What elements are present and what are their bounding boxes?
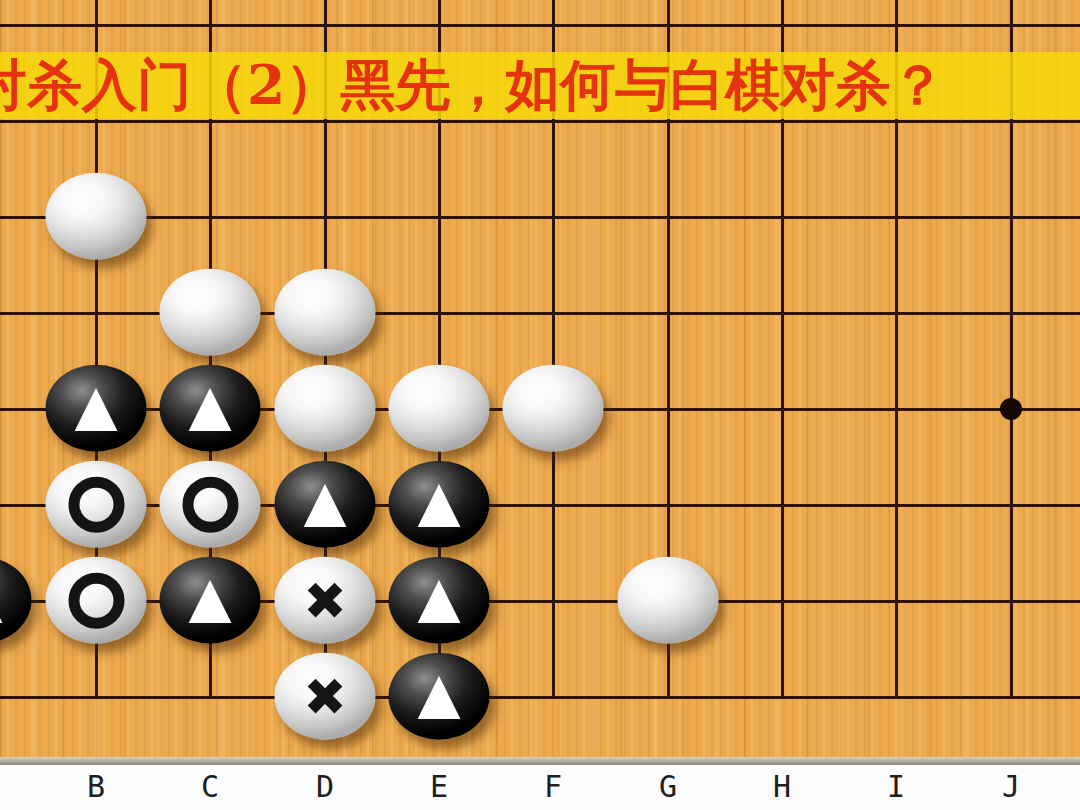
coord-label-E: E: [430, 769, 448, 804]
coordinate-strip: BCDEFGHIJ: [0, 765, 1080, 810]
circle-mark: [182, 476, 238, 532]
white-stone-C5: [160, 269, 261, 356]
black-stone-D3: ▲: [275, 461, 376, 548]
title-text: 对杀入门（2）黑先，如何与白棋对杀？: [0, 52, 945, 119]
black-stone-E1: ▲: [389, 653, 490, 740]
go-problem-screenshot: ▲▲▲▲▲▲✖▲✖▲ 对杀入门（2）黑先，如何与白棋对杀？ BCDEFGHIJ: [0, 0, 1080, 810]
x-mark: ✖: [303, 670, 347, 722]
go-board: ▲▲▲▲▲▲✖▲✖▲ 对杀入门（2）黑先，如何与白棋对杀？: [0, 0, 1080, 757]
title-banner: 对杀入门（2）黑先，如何与白棋对杀？: [0, 52, 1080, 119]
coord-label-C: C: [201, 769, 219, 804]
coord-label-H: H: [773, 769, 791, 804]
white-stone-D2: ✖: [275, 557, 376, 644]
coord-label-D: D: [316, 769, 334, 804]
triangle-mark: ▲: [417, 473, 460, 529]
triangle-mark: ▲: [188, 377, 231, 433]
coord-label-J: J: [1002, 769, 1020, 804]
black-stone-C4: ▲: [160, 365, 261, 452]
white-stone-E4: [389, 365, 490, 452]
white-stone-D5: [275, 269, 376, 356]
grid-line-row-7: [0, 120, 1080, 123]
star-point-J4: [1000, 398, 1022, 420]
white-stone-B6: [46, 173, 147, 260]
white-stone-C3: [160, 461, 261, 548]
triangle-mark: ▲: [74, 377, 117, 433]
triangle-mark: ▲: [188, 569, 231, 625]
grid-line-row-8: [0, 24, 1080, 27]
black-stone-E2: ▲: [389, 557, 490, 644]
white-stone-G2: [618, 557, 719, 644]
circle-mark: [68, 572, 124, 628]
triangle-mark: ▲: [0, 569, 3, 625]
board-bottom-edge: [0, 757, 1080, 765]
triangle-mark: ▲: [303, 473, 346, 529]
triangle-mark: ▲: [417, 665, 460, 721]
white-stone-F4: [503, 365, 604, 452]
white-stone-B3: [46, 461, 147, 548]
black-stone-B4: ▲: [46, 365, 147, 452]
x-mark: ✖: [303, 574, 347, 626]
coord-label-B: B: [87, 769, 105, 804]
triangle-mark: ▲: [417, 569, 460, 625]
coord-label-F: F: [544, 769, 562, 804]
white-stone-B2: [46, 557, 147, 644]
black-stone-A2: ▲: [0, 557, 32, 644]
coord-label-G: G: [659, 769, 677, 804]
coord-label-I: I: [887, 769, 905, 804]
grid-line-row-6: [0, 216, 1080, 219]
grid-line-row-1: [0, 696, 1080, 699]
white-stone-D4: [275, 365, 376, 452]
circle-mark: [68, 476, 124, 532]
white-stone-D1: ✖: [275, 653, 376, 740]
black-stone-E3: ▲: [389, 461, 490, 548]
black-stone-C2: ▲: [160, 557, 261, 644]
